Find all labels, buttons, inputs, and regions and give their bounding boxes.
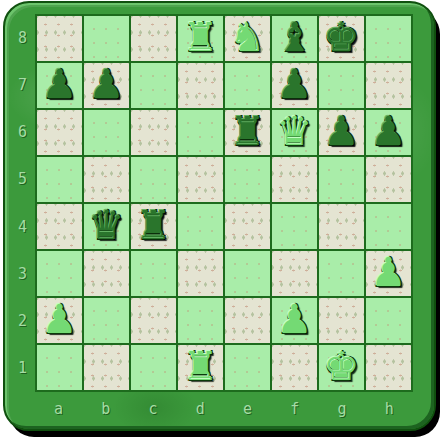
square-f8[interactable]: ♝: [271, 15, 318, 62]
square-a2[interactable]: ♟: [36, 297, 83, 344]
square-f4[interactable]: [271, 203, 318, 250]
square-h3[interactable]: ♟: [365, 250, 412, 297]
file-label-g: g: [319, 394, 366, 424]
square-f5[interactable]: [271, 156, 318, 203]
white-rook-d8[interactable]: ♜: [183, 15, 219, 60]
square-h8[interactable]: [365, 15, 412, 62]
square-a8[interactable]: [36, 15, 83, 62]
square-c4[interactable]: ♜: [130, 203, 177, 250]
square-f7[interactable]: ♟: [271, 62, 318, 109]
file-label-a: a: [35, 394, 82, 424]
square-e5[interactable]: [224, 156, 271, 203]
square-b7[interactable]: ♟: [83, 62, 130, 109]
black-queen-b4[interactable]: ♛: [89, 203, 125, 248]
square-e4[interactable]: [224, 203, 271, 250]
square-h4[interactable]: [365, 203, 412, 250]
chess-board-frame: 87654321 ♜♞♝♚♟♟♟♜♛♟♟♛♜♟♟♟♜♚ abcdefgh: [3, 1, 436, 431]
square-e3[interactable]: [224, 250, 271, 297]
rank-label-3: 3: [10, 250, 35, 297]
square-d8[interactable]: ♜: [177, 15, 224, 62]
square-h5[interactable]: [365, 156, 412, 203]
square-f6[interactable]: ♛: [271, 109, 318, 156]
chess-board[interactable]: ♜♞♝♚♟♟♟♜♛♟♟♛♜♟♟♟♜♚: [35, 14, 413, 392]
square-d3[interactable]: [177, 250, 224, 297]
square-c6[interactable]: [130, 109, 177, 156]
square-d5[interactable]: [177, 156, 224, 203]
black-pawn-h6[interactable]: ♟: [371, 109, 407, 154]
square-e7[interactable]: [224, 62, 271, 109]
file-labels: abcdefgh: [35, 394, 413, 424]
file-label-d: d: [177, 394, 224, 424]
file-label-b: b: [82, 394, 129, 424]
square-b6[interactable]: [83, 109, 130, 156]
rank-label-4: 4: [10, 203, 35, 250]
square-d4[interactable]: [177, 203, 224, 250]
black-pawn-f7[interactable]: ♟: [277, 62, 313, 107]
white-king-g1[interactable]: ♚: [324, 344, 360, 389]
rank-label-6: 6: [10, 109, 35, 156]
file-label-e: e: [224, 394, 271, 424]
file-label-c: c: [130, 394, 177, 424]
square-g8[interactable]: ♚: [318, 15, 365, 62]
square-f3[interactable]: [271, 250, 318, 297]
square-g3[interactable]: [318, 250, 365, 297]
square-a6[interactable]: [36, 109, 83, 156]
square-f2[interactable]: ♟: [271, 297, 318, 344]
square-c3[interactable]: [130, 250, 177, 297]
square-g2[interactable]: [318, 297, 365, 344]
black-pawn-a7[interactable]: ♟: [42, 62, 78, 107]
square-a3[interactable]: [36, 250, 83, 297]
square-h6[interactable]: ♟: [365, 109, 412, 156]
square-d2[interactable]: [177, 297, 224, 344]
square-g4[interactable]: [318, 203, 365, 250]
square-b4[interactable]: ♛: [83, 203, 130, 250]
square-g1[interactable]: ♚: [318, 344, 365, 391]
black-bishop-f8[interactable]: ♝: [277, 15, 313, 60]
white-knight-e8[interactable]: ♞: [230, 15, 266, 60]
square-a4[interactable]: [36, 203, 83, 250]
black-rook-e6[interactable]: ♜: [230, 109, 266, 154]
rank-label-5: 5: [10, 156, 35, 203]
black-pawn-b7[interactable]: ♟: [89, 62, 125, 107]
square-d7[interactable]: [177, 62, 224, 109]
file-label-h: h: [366, 394, 413, 424]
square-a5[interactable]: [36, 156, 83, 203]
black-king-g8[interactable]: ♚: [324, 15, 360, 60]
square-b2[interactable]: [83, 297, 130, 344]
white-pawn-h3[interactable]: ♟: [371, 250, 407, 295]
square-h7[interactable]: [365, 62, 412, 109]
square-c7[interactable]: [130, 62, 177, 109]
square-c2[interactable]: [130, 297, 177, 344]
square-e6[interactable]: ♜: [224, 109, 271, 156]
white-pawn-a2[interactable]: ♟: [42, 297, 78, 342]
square-c8[interactable]: [130, 15, 177, 62]
square-g6[interactable]: ♟: [318, 109, 365, 156]
square-h2[interactable]: [365, 297, 412, 344]
square-d6[interactable]: [177, 109, 224, 156]
file-label-f: f: [271, 394, 318, 424]
square-a7[interactable]: ♟: [36, 62, 83, 109]
rank-label-1: 1: [10, 345, 35, 392]
square-e8[interactable]: ♞: [224, 15, 271, 62]
square-f1[interactable]: [271, 344, 318, 391]
square-b3[interactable]: [83, 250, 130, 297]
square-c5[interactable]: [130, 156, 177, 203]
square-e2[interactable]: [224, 297, 271, 344]
square-b8[interactable]: [83, 15, 130, 62]
square-e1[interactable]: [224, 344, 271, 391]
square-b5[interactable]: [83, 156, 130, 203]
square-h1[interactable]: [365, 344, 412, 391]
square-a1[interactable]: [36, 344, 83, 391]
square-b1[interactable]: [83, 344, 130, 391]
white-pawn-f2[interactable]: ♟: [277, 297, 313, 342]
white-rook-d1[interactable]: ♜: [183, 344, 219, 389]
black-pawn-g6[interactable]: ♟: [324, 109, 360, 154]
rank-label-8: 8: [10, 14, 35, 61]
rank-label-2: 2: [10, 298, 35, 345]
square-c1[interactable]: [130, 344, 177, 391]
square-g5[interactable]: [318, 156, 365, 203]
black-rook-c4[interactable]: ♜: [136, 203, 172, 248]
square-d1[interactable]: ♜: [177, 344, 224, 391]
white-queen-f6[interactable]: ♛: [277, 109, 313, 154]
rank-labels: 87654321: [10, 14, 35, 392]
square-g7[interactable]: [318, 62, 365, 109]
rank-label-7: 7: [10, 61, 35, 108]
